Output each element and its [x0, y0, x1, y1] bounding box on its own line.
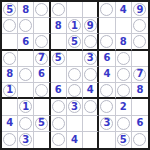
given-digit: 7	[132, 67, 148, 82]
odd-cell-circle	[100, 35, 113, 48]
odd-cell-circle	[35, 3, 48, 16]
cell-r2c2[interactable]	[18, 18, 34, 34]
cell-r8c2[interactable]	[18, 116, 34, 132]
cell-r2c1[interactable]	[2, 18, 18, 34]
given-digit: 7	[34, 51, 48, 66]
cell-r6c1[interactable]: 1	[2, 83, 18, 99]
cell-r7c1[interactable]	[2, 99, 18, 115]
given-digit: 4	[99, 67, 114, 82]
cell-r1c4[interactable]	[51, 2, 67, 18]
odd-cell-circle	[100, 84, 113, 97]
cell-r8c3[interactable]: 5	[34, 116, 50, 132]
given-digit: 5	[51, 51, 66, 66]
odd-cell-circle	[3, 133, 16, 146]
odd-cell-circle	[84, 100, 97, 113]
cell-r4c5[interactable]	[67, 51, 83, 67]
cell-r5c9[interactable]: 7	[132, 67, 148, 83]
given-digit: 5	[34, 116, 48, 131]
cell-r8c4[interactable]	[51, 116, 67, 132]
cell-r1c3[interactable]	[34, 2, 50, 18]
given-digit: 5	[116, 132, 131, 148]
cell-r5c3[interactable]: 6	[34, 67, 50, 83]
cell-r4c9[interactable]	[132, 51, 148, 67]
odd-cell-circle	[68, 84, 81, 97]
cell-r3c5[interactable]: 5	[67, 34, 83, 50]
cell-r4c4[interactable]: 5	[51, 51, 67, 67]
cell-r2c8[interactable]	[116, 18, 132, 34]
cell-r1c6[interactable]	[83, 2, 99, 18]
cell-r9c6[interactable]	[83, 132, 99, 148]
cell-r3c1[interactable]	[2, 34, 18, 50]
odd-cell-circle	[35, 84, 48, 97]
cell-r9c3[interactable]	[34, 132, 50, 148]
cell-r7c2[interactable]: 1	[18, 99, 34, 115]
cell-r3c9[interactable]	[132, 34, 148, 50]
cell-r7c3[interactable]	[34, 99, 50, 115]
cell-r9c2[interactable]: 3	[18, 132, 34, 148]
odd-cell-circle	[35, 35, 48, 48]
cell-r2c4[interactable]: 8	[51, 18, 67, 34]
cell-r7c6[interactable]	[83, 99, 99, 115]
odd-cell-circle	[3, 19, 16, 32]
cell-r5c7[interactable]: 4	[99, 67, 115, 83]
given-digit: 8	[51, 18, 66, 33]
cell-r8c9[interactable]: 6	[132, 116, 148, 132]
cell-r3c7[interactable]	[99, 34, 115, 50]
cell-r2c3[interactable]	[34, 18, 50, 34]
given-digit: 1	[18, 99, 33, 114]
cell-r8c8[interactable]	[116, 116, 132, 132]
cell-r5c6[interactable]	[83, 67, 99, 83]
cell-r1c5[interactable]	[67, 2, 83, 18]
cell-r1c1[interactable]: 5	[2, 2, 18, 18]
cell-r8c1[interactable]: 4	[2, 116, 18, 132]
cell-r9c9[interactable]	[132, 132, 148, 148]
given-digit: 8	[18, 2, 33, 17]
sudoku-page: 58498196587536864716481324536345	[0, 0, 150, 150]
odd-cell-circle	[52, 117, 65, 130]
given-digit: 3	[67, 99, 82, 114]
odd-cell-circle	[100, 100, 113, 113]
given-digit: 1	[67, 18, 82, 33]
given-digit: 4	[67, 132, 82, 148]
cell-r5c1[interactable]: 8	[2, 67, 18, 83]
given-digit: 2	[116, 99, 131, 114]
cell-r5c8[interactable]	[116, 67, 132, 83]
given-digit: 5	[2, 2, 17, 17]
given-digit: 3	[83, 51, 97, 66]
cell-r5c5[interactable]	[67, 67, 83, 83]
odd-cell-circle	[133, 133, 146, 146]
cell-r7c8[interactable]: 2	[116, 99, 132, 115]
sudoku-board: 58498196587536864716481324536345	[0, 0, 150, 150]
cell-r9c1[interactable]	[2, 132, 18, 148]
cell-r6c2[interactable]	[18, 83, 34, 99]
cell-r3c4[interactable]	[51, 34, 67, 50]
odd-cell-circle	[19, 68, 32, 81]
given-digit: 8	[132, 83, 148, 97]
cell-r3c8[interactable]: 8	[116, 34, 132, 50]
odd-cell-circle	[3, 52, 16, 65]
given-digit: 1	[2, 83, 17, 97]
cell-r3c6[interactable]	[83, 34, 99, 50]
cell-r3c2[interactable]: 6	[18, 34, 34, 50]
odd-cell-circle	[100, 3, 113, 16]
odd-cell-circle	[19, 117, 32, 130]
cell-r5c4[interactable]	[51, 67, 67, 83]
cell-r5c2[interactable]	[18, 67, 34, 83]
given-digit: 3	[99, 116, 114, 131]
cell-r1c2[interactable]: 8	[18, 2, 34, 18]
given-digit: 6	[51, 83, 66, 97]
odd-cell-circle	[117, 52, 130, 65]
odd-cell-circle	[19, 19, 32, 32]
cell-r6c8[interactable]	[116, 83, 132, 99]
given-digit: 6	[99, 51, 114, 66]
cell-r7c9[interactable]	[132, 99, 148, 115]
cell-r1c8[interactable]: 4	[116, 2, 132, 18]
cell-r6c6[interactable]: 4	[83, 83, 99, 99]
cell-r6c7[interactable]	[99, 83, 115, 99]
cell-r6c5[interactable]	[67, 83, 83, 99]
cell-r6c4[interactable]: 6	[51, 83, 67, 99]
odd-cell-circle	[133, 19, 146, 32]
given-digit: 8	[2, 67, 17, 82]
odd-cell-circle	[68, 68, 81, 81]
cell-r9c4[interactable]	[51, 132, 67, 148]
cell-r8c6[interactable]	[83, 116, 99, 132]
given-digit: 4	[116, 2, 131, 17]
given-digit: 5	[67, 34, 82, 48]
cell-r4c6[interactable]: 3	[83, 51, 99, 67]
cell-r9c8[interactable]: 5	[116, 132, 132, 148]
cell-r4c8[interactable]	[116, 51, 132, 67]
cell-r7c7[interactable]	[99, 99, 115, 115]
cell-r2c9[interactable]	[132, 18, 148, 34]
odd-cell-circle	[52, 100, 65, 113]
cell-r1c7[interactable]	[99, 2, 115, 18]
cell-r4c2[interactable]	[18, 51, 34, 67]
given-digit: 9	[83, 18, 97, 33]
cell-r2c7[interactable]	[99, 18, 115, 34]
given-digit: 3	[18, 132, 33, 148]
odd-cell-circle	[117, 84, 130, 97]
odd-cell-circle	[52, 133, 65, 146]
given-digit: 6	[132, 116, 148, 131]
cell-r4c7[interactable]: 6	[99, 51, 115, 67]
given-digit: 4	[83, 83, 97, 97]
odd-cell-circle	[133, 35, 146, 48]
cell-r7c5[interactable]: 3	[67, 99, 83, 115]
odd-cell-circle	[84, 35, 97, 48]
cell-r2c6[interactable]: 9	[83, 18, 99, 34]
cell-r9c7[interactable]	[99, 132, 115, 148]
cell-r4c3[interactable]: 7	[34, 51, 50, 67]
cell-r8c7[interactable]: 3	[99, 116, 115, 132]
odd-cell-circle	[117, 117, 130, 130]
cell-r7c4[interactable]	[51, 99, 67, 115]
given-digit: 9	[132, 2, 148, 17]
cell-r3c3[interactable]	[34, 34, 50, 50]
cell-r8c5[interactable]	[67, 116, 83, 132]
cell-r1c9[interactable]: 9	[132, 2, 148, 18]
cell-r4c1[interactable]	[2, 51, 18, 67]
odd-cell-circle	[84, 68, 97, 81]
odd-cell-circle	[52, 3, 65, 16]
odd-cell-circle	[117, 68, 130, 81]
given-digit: 4	[2, 116, 17, 131]
given-digit: 6	[18, 34, 33, 48]
given-digit: 8	[116, 34, 131, 48]
given-digit: 6	[34, 67, 48, 82]
cell-r6c3[interactable]	[34, 83, 50, 99]
cell-r9c5[interactable]: 4	[67, 132, 83, 148]
cell-r6c9[interactable]: 8	[132, 83, 148, 99]
cell-r2c5[interactable]: 1	[67, 18, 83, 34]
